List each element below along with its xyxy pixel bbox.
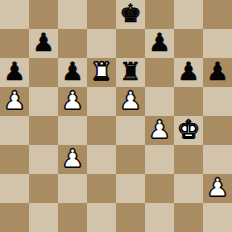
square-c4[interactable] [58,116,87,145]
square-d1[interactable] [87,203,116,232]
square-e4[interactable] [116,116,145,145]
square-c5[interactable]: ♟ [58,87,87,116]
white-king[interactable]: ♚ [177,116,199,144]
square-d6[interactable]: ♜ [87,58,116,87]
square-f7[interactable]: ♟ [145,29,174,58]
square-g2[interactable] [174,174,203,203]
square-a2[interactable] [0,174,29,203]
square-b8[interactable] [29,0,58,29]
black-pawn[interactable]: ♟ [32,29,54,57]
square-c2[interactable] [58,174,87,203]
square-h7[interactable] [203,29,232,58]
white-pawn[interactable]: ♟ [148,116,170,144]
square-c6[interactable]: ♟ [58,58,87,87]
square-b1[interactable] [29,203,58,232]
square-a8[interactable] [0,0,29,29]
square-f6[interactable] [145,58,174,87]
square-c1[interactable] [58,203,87,232]
square-f1[interactable] [145,203,174,232]
square-e7[interactable] [116,29,145,58]
square-f8[interactable] [145,0,174,29]
square-c3[interactable]: ♟ [58,145,87,174]
square-a4[interactable] [0,116,29,145]
square-c7[interactable] [58,29,87,58]
square-d3[interactable] [87,145,116,174]
square-b4[interactable] [29,116,58,145]
square-b7[interactable]: ♟ [29,29,58,58]
square-e6[interactable]: ♜ [116,58,145,87]
square-e8[interactable]: ♚ [116,0,145,29]
square-b2[interactable] [29,174,58,203]
square-d8[interactable] [87,0,116,29]
square-h3[interactable] [203,145,232,174]
square-f2[interactable] [145,174,174,203]
square-g4[interactable]: ♚ [174,116,203,145]
square-a5[interactable]: ♟ [0,87,29,116]
square-g3[interactable] [174,145,203,174]
square-e1[interactable] [116,203,145,232]
square-g1[interactable] [174,203,203,232]
square-d4[interactable] [87,116,116,145]
black-pawn[interactable]: ♟ [177,58,199,86]
square-h6[interactable]: ♟ [203,58,232,87]
square-f5[interactable] [145,87,174,116]
square-h8[interactable] [203,0,232,29]
white-rook[interactable]: ♜ [90,58,112,86]
square-b5[interactable] [29,87,58,116]
black-rook[interactable]: ♜ [119,58,141,86]
white-pawn[interactable]: ♟ [119,87,141,115]
square-e2[interactable] [116,174,145,203]
square-d2[interactable] [87,174,116,203]
black-king[interactable]: ♚ [119,0,141,28]
square-a3[interactable] [0,145,29,174]
square-g5[interactable] [174,87,203,116]
square-c8[interactable] [58,0,87,29]
square-e5[interactable]: ♟ [116,87,145,116]
square-g8[interactable] [174,0,203,29]
square-h1[interactable] [203,203,232,232]
square-a6[interactable]: ♟ [0,58,29,87]
white-pawn[interactable]: ♟ [206,174,228,202]
black-pawn[interactable]: ♟ [61,58,83,86]
square-h5[interactable] [203,87,232,116]
black-pawn[interactable]: ♟ [148,29,170,57]
white-pawn[interactable]: ♟ [61,87,83,115]
square-f4[interactable]: ♟ [145,116,174,145]
square-b6[interactable] [29,58,58,87]
chess-board: ♚♟♟♟♟♜♜♟♟♟♟♟♟♚♟♟ [0,0,232,232]
square-g7[interactable] [174,29,203,58]
square-a7[interactable] [0,29,29,58]
square-d5[interactable] [87,87,116,116]
white-pawn[interactable]: ♟ [61,145,83,173]
square-h4[interactable] [203,116,232,145]
square-a1[interactable] [0,203,29,232]
square-d7[interactable] [87,29,116,58]
square-b3[interactable] [29,145,58,174]
square-f3[interactable] [145,145,174,174]
white-pawn[interactable]: ♟ [3,87,25,115]
black-pawn[interactable]: ♟ [206,58,228,86]
square-g6[interactable]: ♟ [174,58,203,87]
square-h2[interactable]: ♟ [203,174,232,203]
square-e3[interactable] [116,145,145,174]
black-pawn[interactable]: ♟ [3,58,25,86]
